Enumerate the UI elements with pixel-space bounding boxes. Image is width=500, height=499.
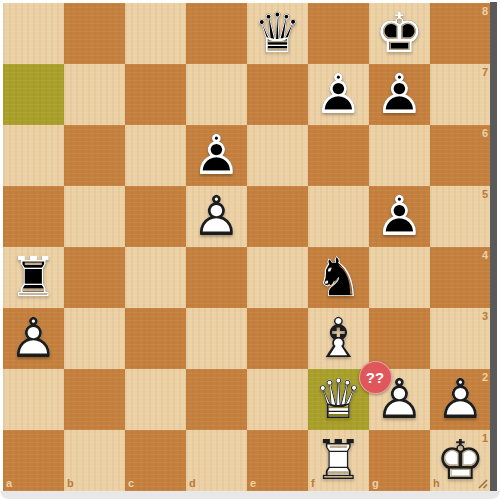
square-h3[interactable]: 3	[430, 308, 491, 369]
black-pawn[interactable]: ♟♙	[308, 64, 369, 125]
square-a6[interactable]	[3, 125, 64, 186]
white-pawn[interactable]: ♟♙	[430, 369, 491, 430]
square-g1[interactable]: g	[369, 430, 430, 491]
square-a7[interactable]	[3, 64, 64, 125]
blunder-annotation-badge: ??	[359, 361, 392, 394]
rank-label-6: 6	[482, 128, 488, 139]
square-e2[interactable]	[247, 369, 308, 430]
square-h5[interactable]: 5	[430, 186, 491, 247]
piece-outline-glyph: ♘	[308, 247, 369, 308]
rank-label-4: 4	[482, 250, 488, 261]
square-c3[interactable]	[125, 308, 186, 369]
square-h6[interactable]: 6	[430, 125, 491, 186]
white-rook[interactable]: ♜♖	[308, 430, 369, 491]
square-e7[interactable]	[247, 64, 308, 125]
square-g3[interactable]	[369, 308, 430, 369]
file-label-d: d	[189, 478, 196, 489]
square-d1[interactable]: d	[186, 430, 247, 491]
piece-outline-glyph: ♙	[308, 64, 369, 125]
square-c2[interactable]	[125, 369, 186, 430]
piece-fill-glyph: ♜	[308, 430, 369, 491]
piece-outline-glyph: ♙	[186, 125, 247, 186]
resize-handle-icon[interactable]	[475, 476, 489, 490]
square-a3[interactable]: ♟♙	[3, 308, 64, 369]
square-h4[interactable]: 4	[430, 247, 491, 308]
window-bottom-edge-bar	[0, 491, 500, 499]
chess-board: ♛♕♚♔8♟♙♟♙7♟♙6♟♙♟♙5♜♖♞♘4♟♙♝♗3♛♕♟♙2♟♙abcde…	[3, 3, 491, 491]
square-d7[interactable]	[186, 64, 247, 125]
piece-outline-glyph: ♔	[369, 3, 430, 64]
square-h2[interactable]: 2♟♙	[430, 369, 491, 430]
square-f7[interactable]: ♟♙	[308, 64, 369, 125]
square-b4[interactable]	[64, 247, 125, 308]
square-g4[interactable]	[369, 247, 430, 308]
square-h8[interactable]: 8	[430, 3, 491, 64]
square-e5[interactable]	[247, 186, 308, 247]
black-rook[interactable]: ♜♖	[3, 247, 64, 308]
rank-label-7: 7	[482, 67, 488, 78]
square-b6[interactable]	[64, 125, 125, 186]
piece-outline-glyph: ♙	[369, 186, 430, 247]
square-f4[interactable]: ♞♘	[308, 247, 369, 308]
piece-outline-glyph: ♖	[308, 430, 369, 491]
black-pawn[interactable]: ♟♙	[369, 64, 430, 125]
square-g8[interactable]: ♚♔	[369, 3, 430, 64]
square-c5[interactable]	[125, 186, 186, 247]
piece-fill-glyph: ♟	[308, 64, 369, 125]
piece-fill-glyph: ♟	[369, 186, 430, 247]
square-b3[interactable]	[64, 308, 125, 369]
rank-label-8: 8	[482, 6, 488, 17]
black-queen[interactable]: ♛♕	[247, 3, 308, 64]
square-e1[interactable]: e	[247, 430, 308, 491]
piece-fill-glyph: ♟	[3, 308, 64, 369]
square-c8[interactable]	[125, 3, 186, 64]
square-h7[interactable]: 7	[430, 64, 491, 125]
square-b8[interactable]	[64, 3, 125, 64]
square-f3[interactable]: ♝♗	[308, 308, 369, 369]
file-label-e: e	[250, 478, 256, 489]
piece-outline-glyph: ♗	[308, 308, 369, 369]
square-b7[interactable]	[64, 64, 125, 125]
black-pawn[interactable]: ♟♙	[369, 186, 430, 247]
square-c4[interactable]	[125, 247, 186, 308]
file-label-g: g	[372, 478, 379, 489]
white-pawn[interactable]: ♟♙	[186, 186, 247, 247]
square-b1[interactable]: b	[64, 430, 125, 491]
square-a2[interactable]	[3, 369, 64, 430]
piece-fill-glyph: ♞	[308, 247, 369, 308]
file-label-a: a	[6, 478, 12, 489]
black-king[interactable]: ♚♔	[369, 3, 430, 64]
rank-label-5: 5	[482, 189, 488, 200]
piece-fill-glyph: ♝	[308, 308, 369, 369]
square-d3[interactable]	[186, 308, 247, 369]
square-d6[interactable]: ♟♙	[186, 125, 247, 186]
square-a5[interactable]	[3, 186, 64, 247]
square-c6[interactable]	[125, 125, 186, 186]
piece-outline-glyph: ♙	[186, 186, 247, 247]
square-f8[interactable]	[308, 3, 369, 64]
square-e8[interactable]: ♛♕	[247, 3, 308, 64]
square-g7[interactable]: ♟♙	[369, 64, 430, 125]
piece-fill-glyph: ♛	[247, 3, 308, 64]
square-a8[interactable]	[3, 3, 64, 64]
square-g5[interactable]: ♟♙	[369, 186, 430, 247]
piece-fill-glyph: ♟	[369, 64, 430, 125]
piece-fill-glyph: ♟	[186, 186, 247, 247]
square-b2[interactable]	[64, 369, 125, 430]
window-right-edge-bar	[490, 2, 497, 491]
file-label-b: b	[67, 478, 74, 489]
square-c1[interactable]: c	[125, 430, 186, 491]
file-label-c: c	[128, 478, 134, 489]
piece-fill-glyph: ♟	[186, 125, 247, 186]
square-g6[interactable]	[369, 125, 430, 186]
piece-outline-glyph: ♙	[430, 369, 491, 430]
chess-app-window: ♛♕♚♔8♟♙♟♙7♟♙6♟♙♟♙5♜♖♞♘4♟♙♝♗3♛♕♟♙2♟♙abcde…	[0, 0, 500, 499]
rank-label-3: 3	[482, 311, 488, 322]
black-knight[interactable]: ♞♘	[308, 247, 369, 308]
square-f5[interactable]	[308, 186, 369, 247]
piece-fill-glyph: ♜	[3, 247, 64, 308]
square-b5[interactable]	[64, 186, 125, 247]
piece-outline-glyph: ♖	[3, 247, 64, 308]
black-pawn[interactable]: ♟♙	[186, 125, 247, 186]
piece-outline-glyph: ♙	[3, 308, 64, 369]
square-e6[interactable]	[247, 125, 308, 186]
white-pawn[interactable]: ♟♙	[3, 308, 64, 369]
piece-fill-glyph: ♟	[430, 369, 491, 430]
piece-outline-glyph: ♙	[369, 64, 430, 125]
square-d8[interactable]	[186, 3, 247, 64]
square-d5[interactable]: ♟♙	[186, 186, 247, 247]
square-f1[interactable]: f♜♖	[308, 430, 369, 491]
white-bishop[interactable]: ♝♗	[308, 308, 369, 369]
square-d4[interactable]	[186, 247, 247, 308]
square-e3[interactable]	[247, 308, 308, 369]
square-c7[interactable]	[125, 64, 186, 125]
square-d2[interactable]	[186, 369, 247, 430]
square-a4[interactable]: ♜♖	[3, 247, 64, 308]
piece-fill-glyph: ♚	[369, 3, 430, 64]
piece-outline-glyph: ♕	[247, 3, 308, 64]
square-f6[interactable]	[308, 125, 369, 186]
square-a1[interactable]: a	[3, 430, 64, 491]
square-e4[interactable]	[247, 247, 308, 308]
